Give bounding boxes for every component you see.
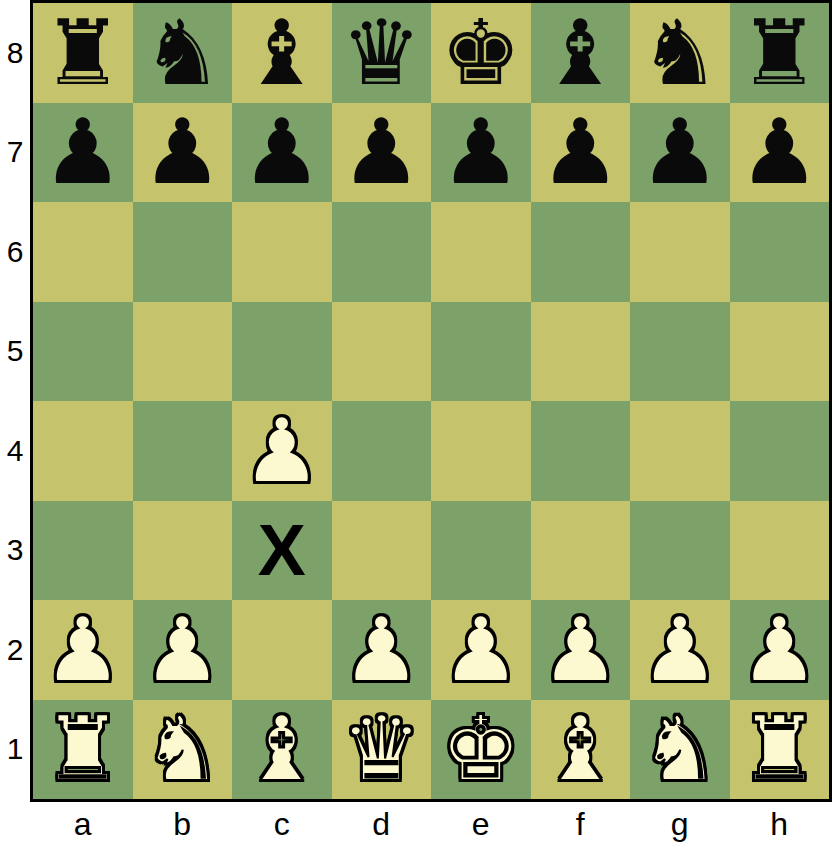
rank-label-2: 2 xyxy=(0,600,30,700)
rank-label-1: 1 xyxy=(0,700,30,800)
square-a1[interactable]: ♜ xyxy=(33,700,133,800)
piece-white-bishop[interactable]: ♝ xyxy=(540,704,621,794)
square-f2[interactable]: ♟ xyxy=(531,600,631,700)
piece-black-king[interactable]: ♚ xyxy=(440,8,521,98)
square-h6[interactable] xyxy=(730,202,830,302)
square-h3[interactable] xyxy=(730,501,830,601)
square-b4[interactable] xyxy=(133,401,233,501)
rank-labels: 87654321 xyxy=(0,3,30,799)
square-f8[interactable]: ♝ xyxy=(531,3,631,103)
square-h8[interactable]: ♜ xyxy=(730,3,830,103)
piece-white-pawn[interactable]: ♟ xyxy=(739,605,820,695)
piece-black-pawn[interactable]: ♟ xyxy=(639,107,720,197)
square-d6[interactable] xyxy=(332,202,432,302)
square-c7[interactable]: ♟ xyxy=(232,103,332,203)
square-a5[interactable] xyxy=(33,302,133,402)
square-b8[interactable]: ♞ xyxy=(133,3,233,103)
piece-black-knight[interactable]: ♞ xyxy=(142,8,223,98)
piece-white-pawn[interactable]: ♟ xyxy=(42,605,123,695)
piece-white-pawn[interactable]: ♟ xyxy=(241,406,322,496)
piece-black-bishop[interactable]: ♝ xyxy=(540,8,621,98)
square-e4[interactable] xyxy=(431,401,531,501)
square-b7[interactable]: ♟ xyxy=(133,103,233,203)
file-label-b: b xyxy=(133,804,233,844)
square-d2[interactable]: ♟ xyxy=(332,600,432,700)
piece-white-king[interactable]: ♚ xyxy=(440,704,521,794)
piece-black-pawn[interactable]: ♟ xyxy=(341,107,422,197)
piece-white-pawn[interactable]: ♟ xyxy=(639,605,720,695)
file-label-h: h xyxy=(730,804,830,844)
piece-black-pawn[interactable]: ♟ xyxy=(241,107,322,197)
square-f5[interactable] xyxy=(531,302,631,402)
file-label-g: g xyxy=(630,804,730,844)
rank-label-7: 7 xyxy=(0,103,30,203)
square-c1[interactable]: ♝ xyxy=(232,700,332,800)
square-g8[interactable]: ♞ xyxy=(630,3,730,103)
square-h1[interactable]: ♜ xyxy=(730,700,830,800)
piece-black-knight[interactable]: ♞ xyxy=(639,8,720,98)
rank-label-3: 3 xyxy=(0,501,30,601)
rank-label-6: 6 xyxy=(0,202,30,302)
square-c3[interactable]: X xyxy=(232,501,332,601)
piece-white-bishop[interactable]: ♝ xyxy=(241,704,322,794)
square-e3[interactable] xyxy=(431,501,531,601)
file-label-a: a xyxy=(33,804,133,844)
piece-black-pawn[interactable]: ♟ xyxy=(739,107,820,197)
square-g1[interactable]: ♞ xyxy=(630,700,730,800)
square-d4[interactable] xyxy=(332,401,432,501)
file-label-d: d xyxy=(332,804,432,844)
piece-white-queen[interactable]: ♛ xyxy=(341,704,422,794)
square-c5[interactable] xyxy=(232,302,332,402)
square-f1[interactable]: ♝ xyxy=(531,700,631,800)
square-f6[interactable] xyxy=(531,202,631,302)
chess-board[interactable]: ♜♞♝♛♚♝♞♜♟♟♟♟♟♟♟♟♟X♟♟♟♟♟♟♟♜♞♝♛♚♝♞♜ xyxy=(30,0,832,802)
rank-label-5: 5 xyxy=(0,302,30,402)
square-e6[interactable] xyxy=(431,202,531,302)
piece-black-pawn[interactable]: ♟ xyxy=(42,107,123,197)
square-h4[interactable] xyxy=(730,401,830,501)
square-g5[interactable] xyxy=(630,302,730,402)
square-d8[interactable]: ♛ xyxy=(332,3,432,103)
piece-white-pawn[interactable]: ♟ xyxy=(142,605,223,695)
piece-white-knight[interactable]: ♞ xyxy=(142,704,223,794)
square-b1[interactable]: ♞ xyxy=(133,700,233,800)
rank-label-4: 4 xyxy=(0,401,30,501)
piece-black-rook[interactable]: ♜ xyxy=(739,8,820,98)
piece-black-queen[interactable]: ♛ xyxy=(341,8,422,98)
square-a6[interactable] xyxy=(33,202,133,302)
file-label-e: e xyxy=(431,804,531,844)
square-h7[interactable]: ♟ xyxy=(730,103,830,203)
file-label-c: c xyxy=(232,804,332,844)
piece-black-pawn[interactable]: ♟ xyxy=(440,107,521,197)
piece-white-pawn[interactable]: ♟ xyxy=(440,605,521,695)
square-d5[interactable] xyxy=(332,302,432,402)
chess-diagram: 87654321 ♜♞♝♛♚♝♞♜♟♟♟♟♟♟♟♟♟X♟♟♟♟♟♟♟♜♞♝♛♚♝… xyxy=(0,0,832,844)
square-d7[interactable]: ♟ xyxy=(332,103,432,203)
square-c4[interactable]: ♟ xyxy=(232,401,332,501)
square-c6[interactable] xyxy=(232,202,332,302)
square-b6[interactable] xyxy=(133,202,233,302)
square-g2[interactable]: ♟ xyxy=(630,600,730,700)
piece-white-rook[interactable]: ♜ xyxy=(42,704,123,794)
piece-white-pawn[interactable]: ♟ xyxy=(540,605,621,695)
piece-white-pawn[interactable]: ♟ xyxy=(341,605,422,695)
square-c8[interactable]: ♝ xyxy=(232,3,332,103)
square-h5[interactable] xyxy=(730,302,830,402)
square-g6[interactable] xyxy=(630,202,730,302)
square-d3[interactable] xyxy=(332,501,432,601)
square-g4[interactable] xyxy=(630,401,730,501)
piece-white-rook[interactable]: ♜ xyxy=(739,704,820,794)
piece-black-rook[interactable]: ♜ xyxy=(42,8,123,98)
square-e8[interactable]: ♚ xyxy=(431,3,531,103)
piece-black-pawn[interactable]: ♟ xyxy=(142,107,223,197)
file-label-f: f xyxy=(531,804,631,844)
piece-white-knight[interactable]: ♞ xyxy=(639,704,720,794)
square-g3[interactable] xyxy=(630,501,730,601)
square-b3[interactable] xyxy=(133,501,233,601)
file-labels: abcdefgh xyxy=(33,804,829,844)
square-g7[interactable]: ♟ xyxy=(630,103,730,203)
square-e7[interactable]: ♟ xyxy=(431,103,531,203)
square-a3[interactable] xyxy=(33,501,133,601)
square-a8[interactable]: ♜ xyxy=(33,3,133,103)
piece-black-pawn[interactable]: ♟ xyxy=(540,107,621,197)
rank-label-8: 8 xyxy=(0,3,30,103)
square-marker-x: X xyxy=(258,514,306,586)
square-a7[interactable]: ♟ xyxy=(33,103,133,203)
piece-black-bishop[interactable]: ♝ xyxy=(241,8,322,98)
square-e5[interactable] xyxy=(431,302,531,402)
square-e2[interactable]: ♟ xyxy=(431,600,531,700)
square-c2[interactable] xyxy=(232,600,332,700)
square-a4[interactable] xyxy=(33,401,133,501)
square-f4[interactable] xyxy=(531,401,631,501)
square-e1[interactable]: ♚ xyxy=(431,700,531,800)
square-h2[interactable]: ♟ xyxy=(730,600,830,700)
square-a2[interactable]: ♟ xyxy=(33,600,133,700)
square-b2[interactable]: ♟ xyxy=(133,600,233,700)
square-d1[interactable]: ♛ xyxy=(332,700,432,800)
square-f7[interactable]: ♟ xyxy=(531,103,631,203)
square-b5[interactable] xyxy=(133,302,233,402)
square-f3[interactable] xyxy=(531,501,631,601)
